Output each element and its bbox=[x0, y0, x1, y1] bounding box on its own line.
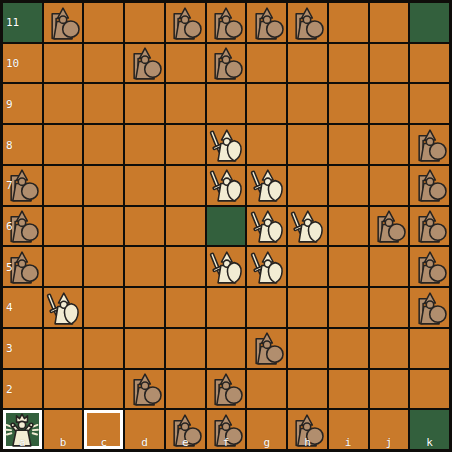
defender-piece[interactable] bbox=[207, 127, 244, 164]
square-i10[interactable] bbox=[328, 43, 369, 84]
square-j11[interactable] bbox=[369, 2, 410, 43]
file-label-e: e bbox=[182, 437, 189, 448]
square-f7[interactable] bbox=[206, 165, 247, 206]
square-f3[interactable] bbox=[206, 328, 247, 369]
rank-label-4: 4 bbox=[6, 302, 13, 313]
rank-label-3: 3 bbox=[6, 343, 13, 354]
square-k2[interactable] bbox=[409, 369, 450, 410]
defender-piece[interactable] bbox=[289, 208, 326, 245]
square-e11[interactable] bbox=[165, 2, 206, 43]
square-c8[interactable] bbox=[83, 124, 124, 165]
rank-label-10: 10 bbox=[6, 58, 19, 69]
file-label-f: f bbox=[223, 437, 230, 448]
attacker-piece[interactable] bbox=[207, 5, 244, 42]
square-h1[interactable]: h bbox=[287, 409, 328, 450]
square-k1[interactable]: k bbox=[409, 409, 450, 450]
square-d6[interactable] bbox=[124, 206, 165, 247]
square-d4[interactable] bbox=[124, 287, 165, 328]
square-b10[interactable] bbox=[43, 43, 84, 84]
square-j6[interactable] bbox=[369, 206, 410, 247]
square-a10[interactable]: 10 bbox=[2, 43, 43, 84]
square-b9[interactable] bbox=[43, 83, 84, 124]
square-e2[interactable] bbox=[165, 369, 206, 410]
square-d8[interactable] bbox=[124, 124, 165, 165]
square-k6[interactable] bbox=[409, 206, 450, 247]
square-e10[interactable] bbox=[165, 43, 206, 84]
attacker-piece[interactable] bbox=[248, 5, 285, 42]
square-b7[interactable] bbox=[43, 165, 84, 206]
square-c9[interactable] bbox=[83, 83, 124, 124]
square-e6[interactable] bbox=[165, 206, 206, 247]
square-i5[interactable] bbox=[328, 246, 369, 287]
square-k7[interactable] bbox=[409, 165, 450, 206]
square-c1[interactable]: c bbox=[83, 409, 124, 450]
square-k9[interactable] bbox=[409, 83, 450, 124]
square-j9[interactable] bbox=[369, 83, 410, 124]
square-d3[interactable] bbox=[124, 328, 165, 369]
defender-piece[interactable] bbox=[248, 208, 285, 245]
square-i7[interactable] bbox=[328, 165, 369, 206]
square-h9[interactable] bbox=[287, 83, 328, 124]
square-d9[interactable] bbox=[124, 83, 165, 124]
square-j2[interactable] bbox=[369, 369, 410, 410]
square-i4[interactable] bbox=[328, 287, 369, 328]
square-j7[interactable] bbox=[369, 165, 410, 206]
square-f8[interactable] bbox=[206, 124, 247, 165]
square-g1[interactable]: g bbox=[246, 409, 287, 450]
square-f2[interactable] bbox=[206, 369, 247, 410]
square-f4[interactable] bbox=[206, 287, 247, 328]
square-j8[interactable] bbox=[369, 124, 410, 165]
attacker-piece[interactable] bbox=[370, 208, 407, 245]
square-f10[interactable] bbox=[206, 43, 247, 84]
square-b2[interactable] bbox=[43, 369, 84, 410]
attacker-piece[interactable] bbox=[167, 5, 204, 42]
square-a2[interactable]: 2 bbox=[2, 369, 43, 410]
attacker-piece[interactable] bbox=[411, 167, 448, 204]
square-h8[interactable] bbox=[287, 124, 328, 165]
square-h6[interactable] bbox=[287, 206, 328, 247]
square-e9[interactable] bbox=[165, 83, 206, 124]
square-d7[interactable] bbox=[124, 165, 165, 206]
square-i2[interactable] bbox=[328, 369, 369, 410]
attacker-piece[interactable] bbox=[411, 290, 448, 327]
rank-label-11: 11 bbox=[6, 17, 19, 28]
square-j5[interactable] bbox=[369, 246, 410, 287]
defender-piece[interactable] bbox=[248, 167, 285, 204]
defender-piece[interactable] bbox=[207, 249, 244, 286]
square-i6[interactable] bbox=[328, 206, 369, 247]
defender-piece[interactable] bbox=[248, 249, 285, 286]
square-d11[interactable] bbox=[124, 2, 165, 43]
square-d5[interactable] bbox=[124, 246, 165, 287]
file-label-d: d bbox=[141, 437, 148, 448]
square-a6[interactable]: 6 bbox=[2, 206, 43, 247]
square-b1[interactable]: b bbox=[43, 409, 84, 450]
square-g6[interactable] bbox=[246, 206, 287, 247]
square-a8[interactable]: 8 bbox=[2, 124, 43, 165]
square-f1[interactable]: f bbox=[206, 409, 247, 450]
square-j3[interactable] bbox=[369, 328, 410, 369]
square-k5[interactable] bbox=[409, 246, 450, 287]
square-c10[interactable] bbox=[83, 43, 124, 84]
square-a1[interactable]: a bbox=[2, 409, 43, 450]
attacker-piece[interactable] bbox=[207, 371, 244, 408]
attacker-piece[interactable] bbox=[289, 5, 326, 42]
square-f5[interactable] bbox=[206, 246, 247, 287]
square-a9[interactable]: 9 bbox=[2, 83, 43, 124]
square-k3[interactable] bbox=[409, 328, 450, 369]
square-g10[interactable] bbox=[246, 43, 287, 84]
square-f11[interactable] bbox=[206, 2, 247, 43]
square-j10[interactable] bbox=[369, 43, 410, 84]
square-c4[interactable] bbox=[83, 287, 124, 328]
square-f6[interactable] bbox=[206, 206, 247, 247]
square-j4[interactable] bbox=[369, 287, 410, 328]
square-g11[interactable] bbox=[246, 2, 287, 43]
square-d1[interactable]: d bbox=[124, 409, 165, 450]
square-e5[interactable] bbox=[165, 246, 206, 287]
square-h11[interactable] bbox=[287, 2, 328, 43]
rank-label-5: 5 bbox=[6, 261, 13, 272]
square-d2[interactable] bbox=[124, 369, 165, 410]
file-label-g: g bbox=[263, 437, 270, 448]
square-f9[interactable] bbox=[206, 83, 247, 124]
square-e8[interactable] bbox=[165, 124, 206, 165]
square-c5[interactable] bbox=[83, 246, 124, 287]
square-a4[interactable]: 4 bbox=[2, 287, 43, 328]
square-h5[interactable] bbox=[287, 246, 328, 287]
attacker-piece[interactable] bbox=[44, 5, 81, 42]
square-j1[interactable]: j bbox=[369, 409, 410, 450]
square-e4[interactable] bbox=[165, 287, 206, 328]
square-g7[interactable] bbox=[246, 165, 287, 206]
square-g4[interactable] bbox=[246, 287, 287, 328]
attacker-piece[interactable] bbox=[411, 249, 448, 286]
attacker-piece[interactable] bbox=[411, 208, 448, 245]
square-e7[interactable] bbox=[165, 165, 206, 206]
square-g2[interactable] bbox=[246, 369, 287, 410]
rank-label-2: 2 bbox=[6, 383, 13, 394]
file-label-a: a bbox=[19, 437, 26, 448]
square-a3[interactable]: 3 bbox=[2, 328, 43, 369]
square-h4[interactable] bbox=[287, 287, 328, 328]
file-label-b: b bbox=[60, 437, 67, 448]
square-h2[interactable] bbox=[287, 369, 328, 410]
square-b5[interactable] bbox=[43, 246, 84, 287]
square-b11[interactable] bbox=[43, 2, 84, 43]
attacker-piece[interactable] bbox=[126, 371, 163, 408]
square-b4[interactable] bbox=[43, 287, 84, 328]
square-a5[interactable]: 5 bbox=[2, 246, 43, 287]
defender-piece[interactable] bbox=[207, 167, 244, 204]
square-h7[interactable] bbox=[287, 165, 328, 206]
file-label-k: k bbox=[426, 437, 433, 448]
file-label-i: i bbox=[345, 437, 352, 448]
square-c11[interactable] bbox=[83, 2, 124, 43]
attacker-piece[interactable] bbox=[411, 127, 448, 164]
square-c3[interactable] bbox=[83, 328, 124, 369]
square-b3[interactable] bbox=[43, 328, 84, 369]
square-i1[interactable]: i bbox=[328, 409, 369, 450]
square-g8[interactable] bbox=[246, 124, 287, 165]
hnefatafl-board: 111098765432abcdefghijk bbox=[0, 0, 452, 452]
square-i9[interactable] bbox=[328, 83, 369, 124]
rank-label-7: 7 bbox=[6, 180, 13, 191]
file-label-j: j bbox=[386, 437, 393, 448]
square-a7[interactable]: 7 bbox=[2, 165, 43, 206]
square-k8[interactable] bbox=[409, 124, 450, 165]
square-g3[interactable] bbox=[246, 328, 287, 369]
square-g9[interactable] bbox=[246, 83, 287, 124]
square-i11[interactable] bbox=[328, 2, 369, 43]
attacker-piece[interactable] bbox=[207, 45, 244, 82]
file-label-h: h bbox=[304, 437, 311, 448]
square-h10[interactable] bbox=[287, 43, 328, 84]
defender-piece[interactable] bbox=[44, 290, 81, 327]
square-e1[interactable]: e bbox=[165, 409, 206, 450]
square-c6[interactable] bbox=[83, 206, 124, 247]
square-d10[interactable] bbox=[124, 43, 165, 84]
square-b8[interactable] bbox=[43, 124, 84, 165]
square-a11[interactable]: 11 bbox=[2, 2, 43, 43]
square-b6[interactable] bbox=[43, 206, 84, 247]
square-h3[interactable] bbox=[287, 328, 328, 369]
square-e3[interactable] bbox=[165, 328, 206, 369]
square-k4[interactable] bbox=[409, 287, 450, 328]
square-g5[interactable] bbox=[246, 246, 287, 287]
rank-label-8: 8 bbox=[6, 139, 13, 150]
attacker-piece[interactable] bbox=[248, 330, 285, 367]
square-k10[interactable] bbox=[409, 43, 450, 84]
square-i3[interactable] bbox=[328, 328, 369, 369]
rank-label-6: 6 bbox=[6, 220, 13, 231]
file-label-c: c bbox=[101, 437, 108, 448]
square-k11[interactable] bbox=[409, 2, 450, 43]
rank-label-9: 9 bbox=[6, 98, 13, 109]
square-c2[interactable] bbox=[83, 369, 124, 410]
attacker-piece[interactable] bbox=[126, 45, 163, 82]
square-i8[interactable] bbox=[328, 124, 369, 165]
square-c7[interactable] bbox=[83, 165, 124, 206]
